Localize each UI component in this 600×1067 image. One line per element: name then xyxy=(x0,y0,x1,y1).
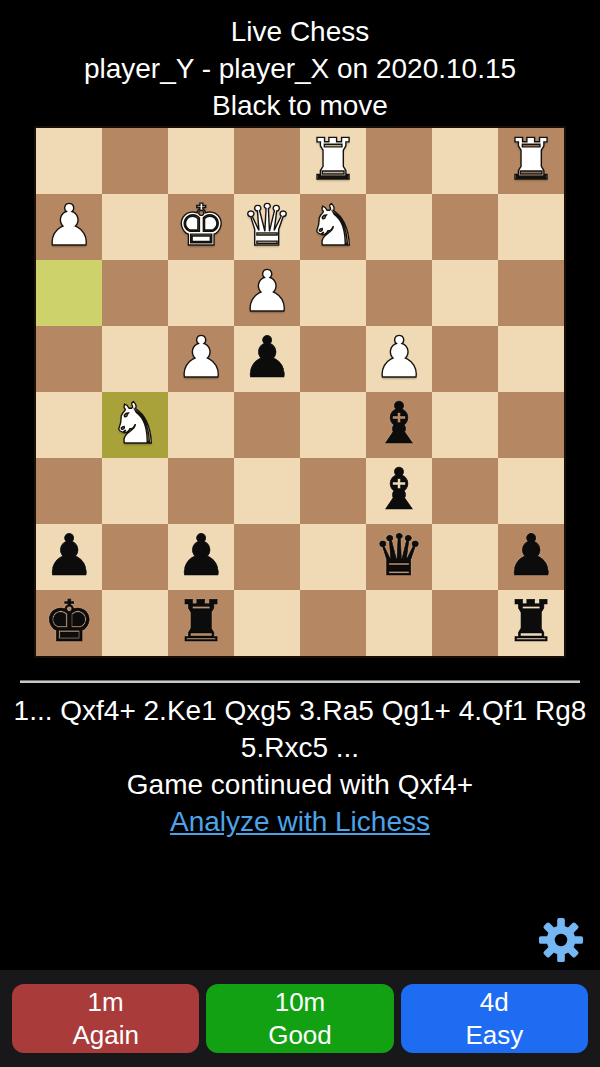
square-e1 xyxy=(234,128,300,194)
players-and-date: player_Y - player_X on 2020.10.15 xyxy=(0,50,600,87)
piece-white-knight: ♞ xyxy=(307,197,358,254)
square-a1: ♜ xyxy=(498,128,564,194)
square-h4 xyxy=(36,326,102,392)
square-f8: ♜ xyxy=(168,590,234,656)
answer-label: Good xyxy=(268,1019,332,1052)
square-a3 xyxy=(498,260,564,326)
answer-interval: 4d xyxy=(480,986,509,1019)
square-d7 xyxy=(300,524,366,590)
gear-icon xyxy=(538,917,584,963)
piece-black-rook: ♜ xyxy=(505,593,556,650)
game-continuation: Game continued with Qxf4+ xyxy=(10,766,590,803)
answer-label: Easy xyxy=(465,1019,523,1052)
piece-black-pawn: ♟ xyxy=(241,329,292,386)
analyze-with-lichess-link[interactable]: Analyze with Lichess xyxy=(170,803,430,840)
square-d8 xyxy=(300,590,366,656)
square-f2: ♚ xyxy=(168,194,234,260)
square-c6: ♝ xyxy=(366,458,432,524)
square-c8 xyxy=(366,590,432,656)
square-b5 xyxy=(432,392,498,458)
square-f5 xyxy=(168,392,234,458)
square-e6 xyxy=(234,458,300,524)
square-g7 xyxy=(102,524,168,590)
square-d6 xyxy=(300,458,366,524)
card-header: Live Chess player_Y - player_X on 2020.1… xyxy=(0,0,600,124)
piece-white-king: ♚ xyxy=(175,197,226,254)
square-d2: ♞ xyxy=(300,194,366,260)
analysis-section: 1... Qxf4+ 2.Ke1 Qxg5 3.Ra5 Qg1+ 4.Qf1 R… xyxy=(0,692,600,840)
square-g1 xyxy=(102,128,168,194)
square-g3 xyxy=(102,260,168,326)
square-c3 xyxy=(366,260,432,326)
piece-white-queen: ♛ xyxy=(241,197,292,254)
square-b2 xyxy=(432,194,498,260)
review-screen: Live Chess player_Y - player_X on 2020.1… xyxy=(0,0,600,1067)
square-b3 xyxy=(432,260,498,326)
square-c7: ♛ xyxy=(366,524,432,590)
square-h8: ♚ xyxy=(36,590,102,656)
chess-board: ♜♜♟♚♛♞♟♟♟♟♞♝♝♟♟♛♟♚♜♜ xyxy=(34,126,566,658)
square-g6 xyxy=(102,458,168,524)
square-e5 xyxy=(234,392,300,458)
square-c2 xyxy=(366,194,432,260)
piece-black-bishop: ♝ xyxy=(373,461,424,518)
move-sequence: 1... Qxf4+ 2.Ke1 Qxg5 3.Ra5 Qg1+ 4.Qf1 R… xyxy=(10,692,590,766)
piece-black-pawn: ♟ xyxy=(175,527,226,584)
piece-white-rook: ♜ xyxy=(307,131,358,188)
square-g8 xyxy=(102,590,168,656)
piece-white-pawn: ♟ xyxy=(43,197,94,254)
piece-black-bishop: ♝ xyxy=(373,395,424,452)
piece-black-rook: ♜ xyxy=(175,593,226,650)
square-e2: ♛ xyxy=(234,194,300,260)
square-b6 xyxy=(432,458,498,524)
page-title: Live Chess xyxy=(0,13,600,50)
turn-indicator: Black to move xyxy=(0,87,600,124)
settings-button[interactable] xyxy=(538,917,584,963)
square-a4 xyxy=(498,326,564,392)
piece-black-pawn: ♟ xyxy=(43,527,94,584)
piece-white-pawn: ♟ xyxy=(241,263,292,320)
square-a2 xyxy=(498,194,564,260)
piece-white-pawn: ♟ xyxy=(373,329,424,386)
square-c4: ♟ xyxy=(366,326,432,392)
piece-white-rook: ♜ xyxy=(505,131,556,188)
piece-white-pawn: ♟ xyxy=(175,329,226,386)
square-g5: ♞ xyxy=(102,392,168,458)
square-f3 xyxy=(168,260,234,326)
square-e8 xyxy=(234,590,300,656)
answer-button-again[interactable]: 1m Again xyxy=(12,984,199,1053)
square-e4: ♟ xyxy=(234,326,300,392)
square-e7 xyxy=(234,524,300,590)
square-a8: ♜ xyxy=(498,590,564,656)
answer-bar: 1m Again 10m Good 4d Easy xyxy=(0,970,600,1067)
square-g4 xyxy=(102,326,168,392)
square-h2: ♟ xyxy=(36,194,102,260)
answer-button-easy[interactable]: 4d Easy xyxy=(401,984,588,1053)
square-d3 xyxy=(300,260,366,326)
answer-button-good[interactable]: 10m Good xyxy=(206,984,393,1053)
square-d5 xyxy=(300,392,366,458)
square-c5: ♝ xyxy=(366,392,432,458)
square-f1 xyxy=(168,128,234,194)
square-b1 xyxy=(432,128,498,194)
square-f4: ♟ xyxy=(168,326,234,392)
square-h5 xyxy=(36,392,102,458)
square-e3: ♟ xyxy=(234,260,300,326)
answer-interval: 10m xyxy=(275,986,326,1019)
divider xyxy=(20,680,580,683)
square-a5 xyxy=(498,392,564,458)
piece-white-knight: ♞ xyxy=(109,395,160,452)
square-a6 xyxy=(498,458,564,524)
square-a7: ♟ xyxy=(498,524,564,590)
answer-label: Again xyxy=(72,1019,139,1052)
piece-black-king: ♚ xyxy=(43,593,94,650)
square-g2 xyxy=(102,194,168,260)
square-h7: ♟ xyxy=(36,524,102,590)
square-f6 xyxy=(168,458,234,524)
square-c1 xyxy=(366,128,432,194)
square-h3 xyxy=(36,260,102,326)
piece-black-pawn: ♟ xyxy=(505,527,556,584)
square-d4 xyxy=(300,326,366,392)
square-d1: ♜ xyxy=(300,128,366,194)
piece-black-queen: ♛ xyxy=(373,527,424,584)
square-b4 xyxy=(432,326,498,392)
square-f7: ♟ xyxy=(168,524,234,590)
square-h1 xyxy=(36,128,102,194)
answer-interval: 1m xyxy=(88,986,124,1019)
square-b7 xyxy=(432,524,498,590)
square-h6 xyxy=(36,458,102,524)
square-b8 xyxy=(432,590,498,656)
